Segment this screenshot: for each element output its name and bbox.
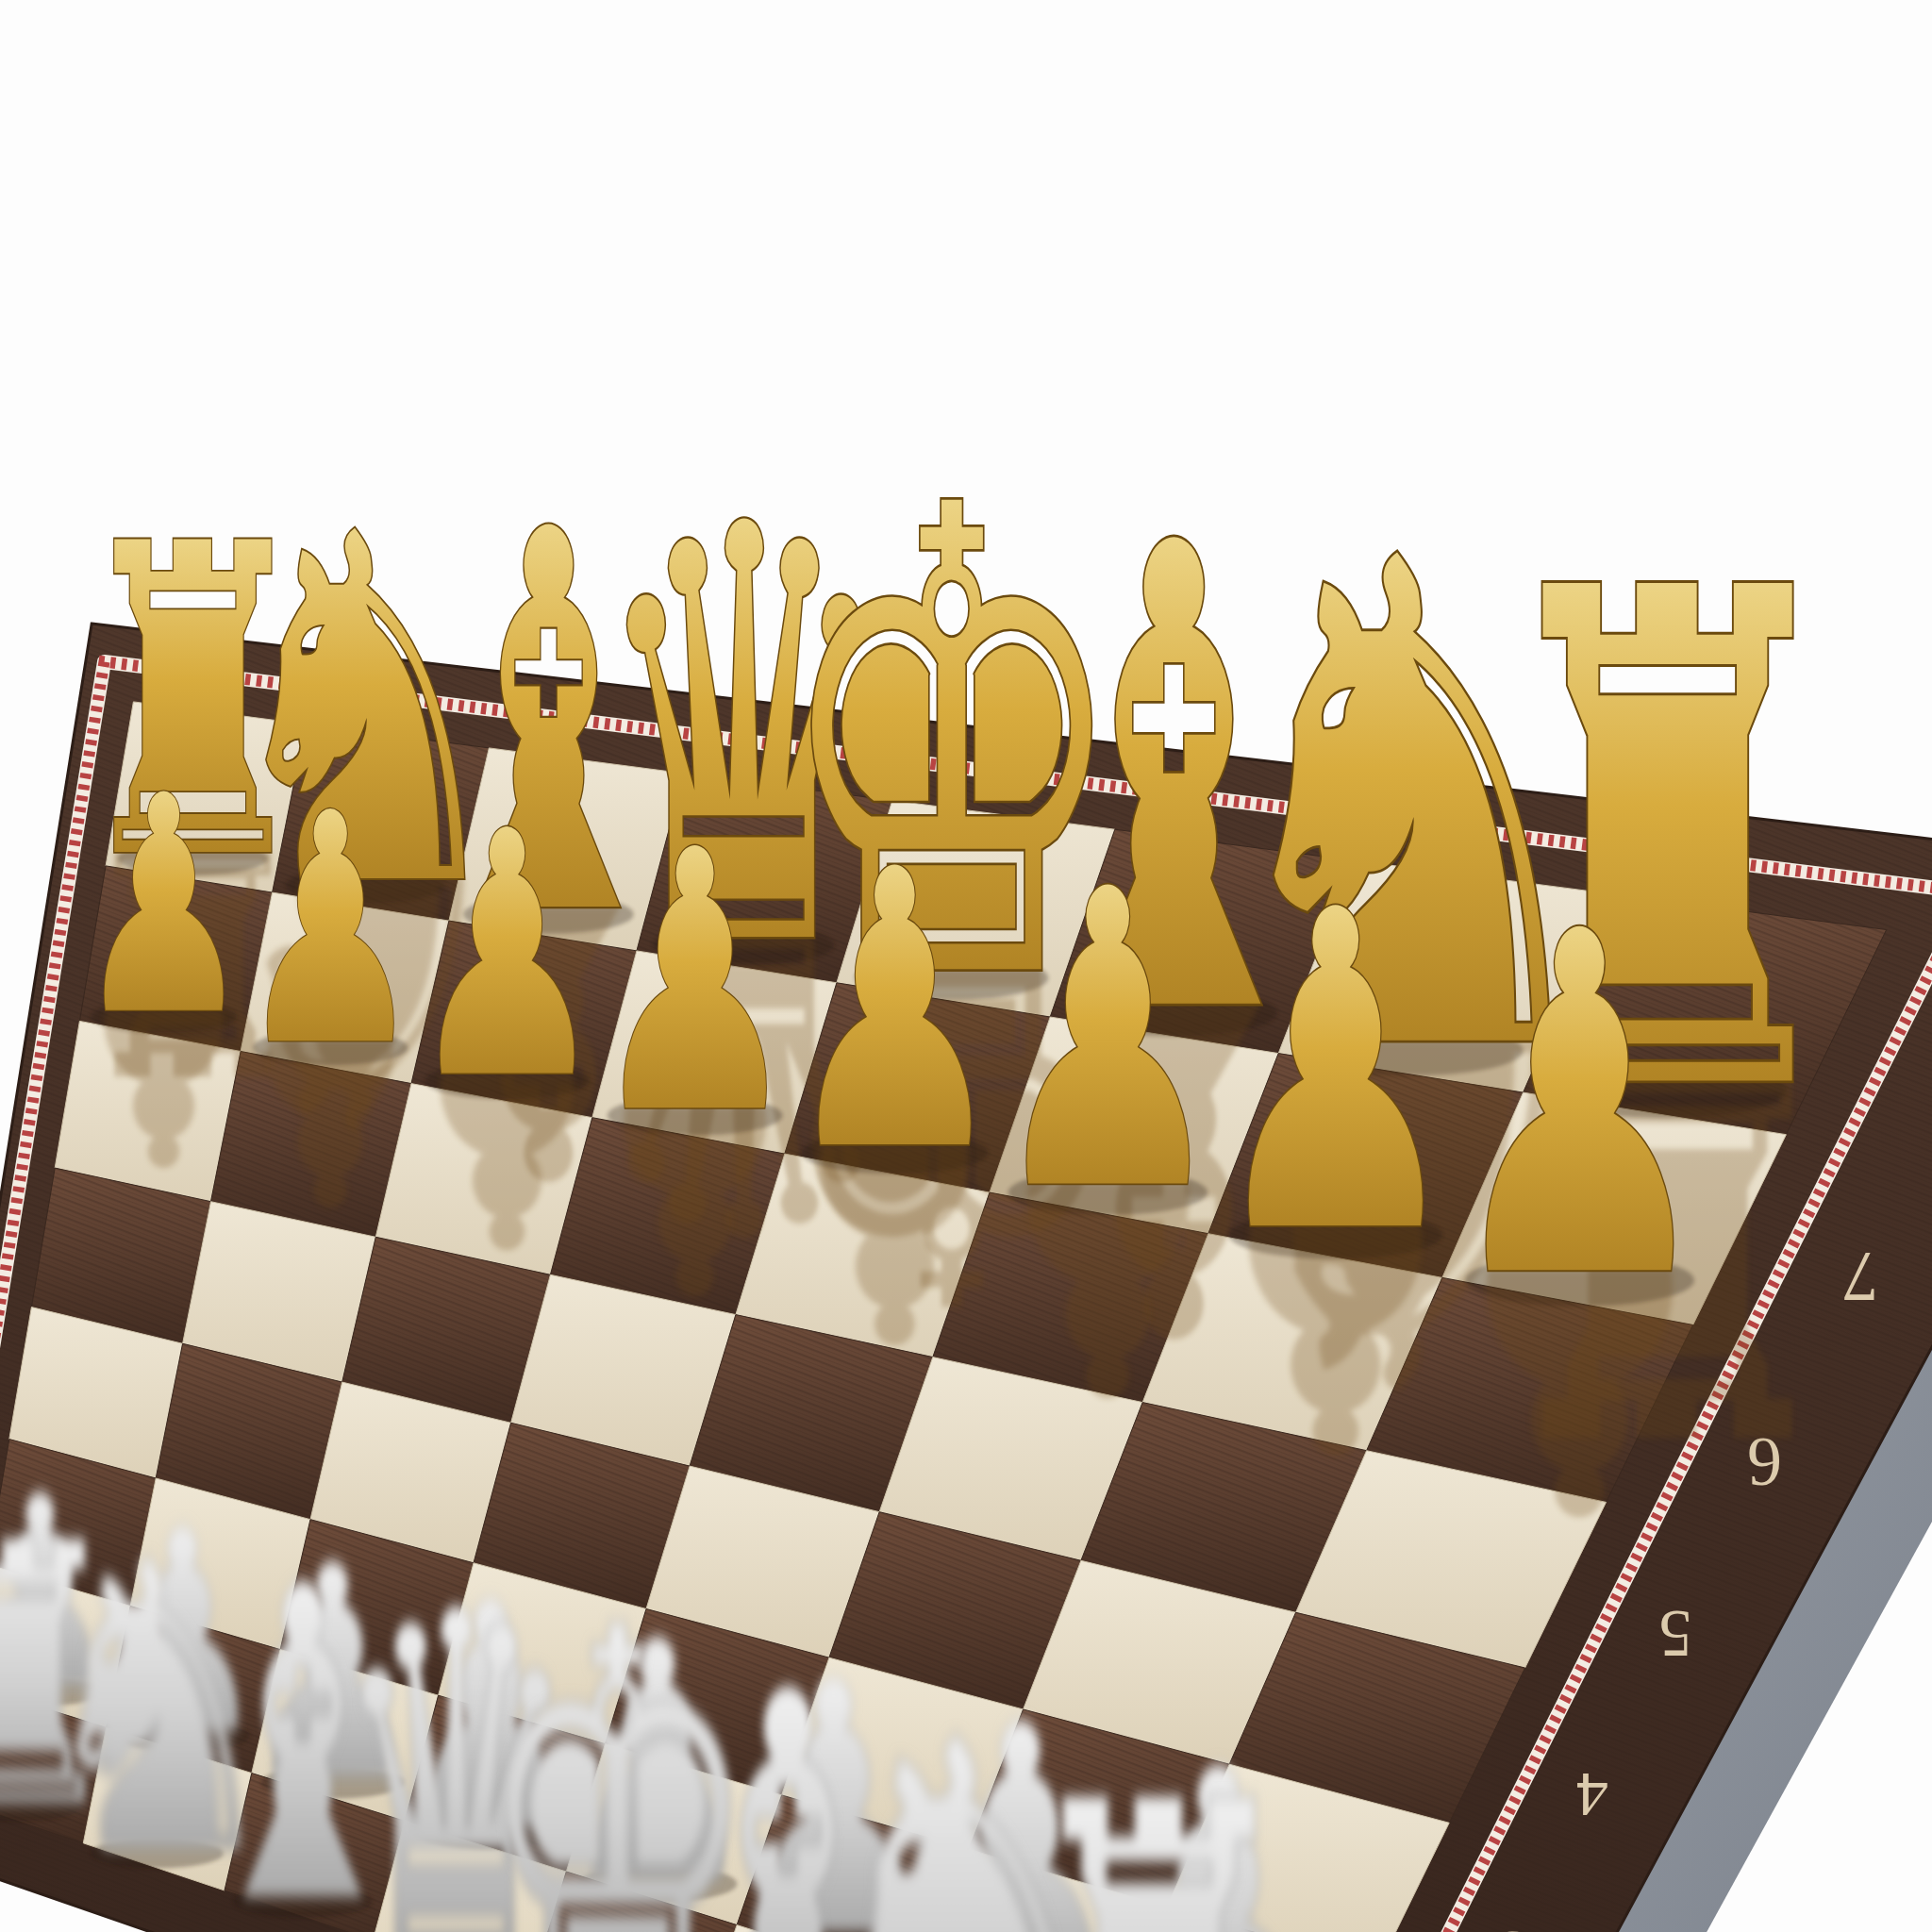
piece-glyph: ♟ xyxy=(1206,818,1465,1329)
piece-glyph: ♜ xyxy=(1007,1693,1311,1932)
piece-black-pawn-a7[interactable]: ♟♟ xyxy=(75,732,253,1211)
rank-label-4: 4 xyxy=(1576,1759,1608,1831)
piece-glyph: ♟ xyxy=(237,745,425,1115)
rank-label-5: 5 xyxy=(1659,1597,1693,1671)
piece-glyph: ♟ xyxy=(1441,833,1719,1381)
piece-glyph: ♟ xyxy=(987,804,1229,1280)
rank-label-3: 3 xyxy=(1495,1919,1526,1932)
chess-board: 876543h♜♜♞♞♝♝♛♛♚♚♝♝♞♞♜♜♟♟♟♟♟♟♟♟♟♟♟♟♟♟♟♟♟… xyxy=(0,0,1932,1932)
piece-glyph: ♟ xyxy=(781,789,1008,1234)
piece-glyph: ♟ xyxy=(408,759,608,1154)
piece-glyph: ♟ xyxy=(75,732,253,1082)
piece-black-pawn-c7[interactable]: ♟♟ xyxy=(408,759,608,1300)
piece-glyph: ♟ xyxy=(589,774,801,1192)
piece-black-pawn-b7[interactable]: ♟♟ xyxy=(237,745,425,1253)
piece-white-rook-h1[interactable]: ♜ xyxy=(1007,1693,1311,1932)
piece-black-pawn-h7[interactable]: ♟♟ xyxy=(1441,833,1719,1584)
piece-black-pawn-e7[interactable]: ♟♟ xyxy=(781,789,1008,1400)
photo-scene: 876543h♜♜♞♞♝♝♛♛♚♚♝♝♞♞♜♜♟♟♟♟♟♟♟♟♟♟♟♟♟♟♟♟♟… xyxy=(0,0,1932,1932)
piece-black-pawn-d7[interactable]: ♟♟ xyxy=(589,774,801,1347)
piece-black-pawn-f7[interactable]: ♟♟ xyxy=(987,804,1229,1457)
piece-black-pawn-g7[interactable]: ♟♟ xyxy=(1206,818,1465,1519)
